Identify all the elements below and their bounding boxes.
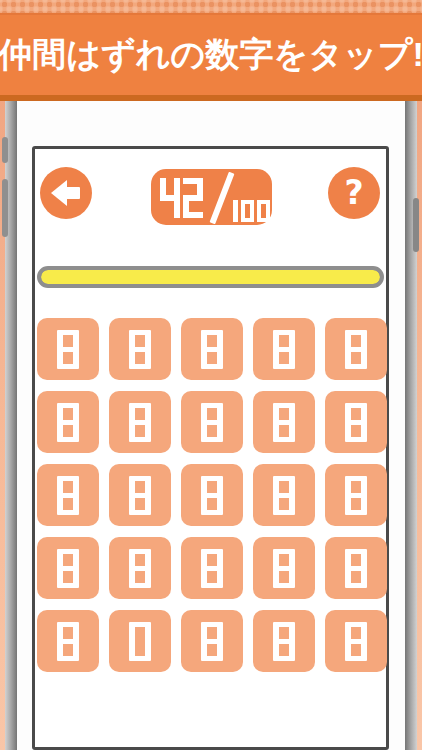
- tile-r4c4[interactable]: [253, 537, 315, 599]
- tile-digit-8: [345, 330, 367, 369]
- tile-digit-8: [273, 476, 295, 515]
- patterned-background-strip: [0, 0, 422, 14]
- tile-r1c3[interactable]: [181, 318, 243, 380]
- tile-r3c5[interactable]: [325, 464, 387, 526]
- tile-r1c2[interactable]: [109, 318, 171, 380]
- tile-digit-8: [57, 622, 79, 661]
- tile-digit-8: [345, 549, 367, 588]
- tile-digit-8: [273, 549, 295, 588]
- tile-r3c2[interactable]: [109, 464, 171, 526]
- tile-digit-8: [129, 549, 151, 588]
- help-button[interactable]: ?: [328, 167, 380, 219]
- timer-progress-fill: [41, 270, 380, 284]
- timer-progress-bar: [37, 266, 384, 288]
- tile-r5c4[interactable]: [253, 610, 315, 672]
- tile-r4c5[interactable]: [325, 537, 387, 599]
- tile-r2c5[interactable]: [325, 391, 387, 453]
- tile-r1c5[interactable]: [325, 318, 387, 380]
- counter-total: [233, 200, 270, 222]
- tile-digit-8: [57, 403, 79, 442]
- tile-digit-8: [201, 403, 223, 442]
- tile-r3c4[interactable]: [253, 464, 315, 526]
- tile-digit-8: [345, 403, 367, 442]
- tile-digit-8: [129, 403, 151, 442]
- tile-digit-8: [201, 330, 223, 369]
- tile-r5c2[interactable]: [109, 610, 171, 672]
- tile-r3c3[interactable]: [181, 464, 243, 526]
- tile-r2c4[interactable]: [253, 391, 315, 453]
- tile-digit-8: [201, 476, 223, 515]
- tile-r1c1[interactable]: [37, 318, 99, 380]
- tile-r2c1[interactable]: [37, 391, 99, 453]
- tile-r2c3[interactable]: [181, 391, 243, 453]
- title-banner: 仲間はずれの数字をタップ!: [0, 13, 422, 101]
- number-grid: [37, 318, 387, 672]
- counter-current: [160, 178, 203, 218]
- phone-mute-switch: [2, 137, 8, 163]
- back-arrow-icon: [51, 180, 81, 206]
- tile-digit-0: [129, 622, 151, 661]
- tile-digit-8: [57, 549, 79, 588]
- phone-mockup: ?: [5, 101, 417, 750]
- tile-digit-8: [57, 476, 79, 515]
- tile-r4c2[interactable]: [109, 537, 171, 599]
- tile-digit-8: [273, 403, 295, 442]
- tile-r2c2[interactable]: [109, 391, 171, 453]
- tile-digit-8: [201, 622, 223, 661]
- tile-digit-8: [273, 622, 295, 661]
- stage-counter: [151, 169, 272, 225]
- tile-digit-8: [129, 330, 151, 369]
- banner-title-text: 仲間はずれの数字をタップ!: [0, 32, 422, 78]
- counter-slash-icon: [212, 173, 231, 223]
- tile-r4c1[interactable]: [37, 537, 99, 599]
- tile-r4c3[interactable]: [181, 537, 243, 599]
- tile-digit-8: [345, 622, 367, 661]
- tile-r5c5[interactable]: [325, 610, 387, 672]
- phone-volume-button: [2, 179, 8, 237]
- back-button[interactable]: [40, 167, 92, 219]
- phone-power-button: [413, 198, 419, 252]
- game-screen: ?: [32, 146, 389, 750]
- question-mark-icon: ?: [344, 173, 363, 212]
- tile-r3c1[interactable]: [37, 464, 99, 526]
- tile-r1c4[interactable]: [253, 318, 315, 380]
- tile-r5c1[interactable]: [37, 610, 99, 672]
- tile-digit-8: [201, 549, 223, 588]
- tile-digit-8: [273, 330, 295, 369]
- tile-r5c3[interactable]: [181, 610, 243, 672]
- tile-digit-8: [345, 476, 367, 515]
- tile-digit-8: [57, 330, 79, 369]
- tile-digit-8: [129, 476, 151, 515]
